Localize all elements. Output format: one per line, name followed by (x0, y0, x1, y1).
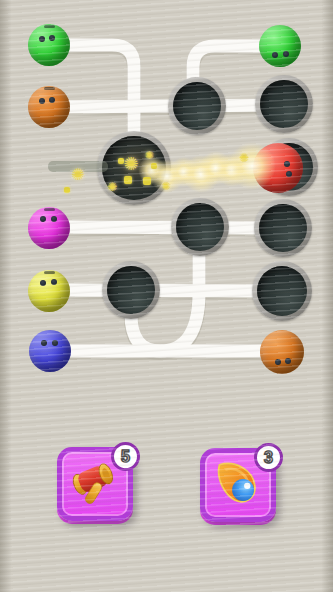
finger-hole-dot (286, 171, 292, 177)
thumb-hole-notch (44, 87, 55, 90)
hole-5 (171, 198, 229, 256)
finger-hole-dot (41, 340, 47, 346)
ball-orange-left[interactable] (28, 86, 70, 128)
thumb-hole-notch (44, 208, 55, 211)
hole-sparkle (97, 131, 171, 205)
finger-hole-dot (275, 359, 281, 365)
finger-hole-dot (272, 52, 278, 58)
finger-hole-dot (39, 36, 45, 42)
ball-red[interactable] (253, 143, 303, 193)
finger-hole-dot (284, 161, 290, 167)
hole-1 (168, 77, 226, 135)
finger-hole-dot (285, 358, 291, 364)
thumb-hole-notch (44, 25, 55, 28)
hole-2 (255, 75, 313, 133)
ball-orange-right[interactable] (260, 330, 304, 374)
thumb-hole-notch (44, 271, 55, 274)
hole-8 (252, 261, 312, 321)
finger-hole-dot (52, 340, 58, 346)
hammer-count-badge: 5 (111, 442, 140, 471)
hole-7 (102, 261, 160, 319)
comet-count-badge: 3 (254, 443, 283, 472)
pipe-magenta (55, 227, 283, 228)
hole-6 (254, 199, 312, 257)
ball-green-top-left[interactable] (28, 24, 70, 66)
pipe-yellow (55, 290, 282, 291)
finger-hole-dot (51, 216, 57, 222)
game-screen: ✺✺✺✺✺✺ 5 (0, 0, 333, 592)
finger-hole-dot (49, 35, 55, 41)
ball-green-top-right[interactable] (259, 25, 301, 67)
finger-hole-dot (49, 97, 55, 103)
finger-hole-dot (39, 98, 45, 104)
hammer-powerup-button[interactable]: 5 (57, 447, 133, 521)
finger-hole-dot (40, 216, 46, 222)
finger-hole-dot (51, 279, 57, 285)
finger-hole-dot (283, 51, 289, 57)
finger-hole-dot (40, 280, 46, 286)
board (0, 0, 333, 592)
ball-magenta[interactable] (28, 207, 70, 249)
ball-yellow[interactable] (28, 270, 70, 312)
comet-powerup-button[interactable]: 3 (200, 448, 276, 522)
ball-blue[interactable] (29, 330, 71, 372)
